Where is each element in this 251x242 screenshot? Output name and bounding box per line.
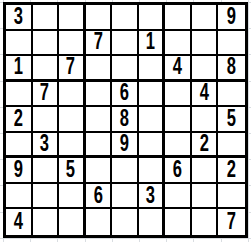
given-digit: 6 [93,184,102,208]
given-digit: 4 [14,210,23,234]
cell-r2c3[interactable] [59,31,86,57]
cell-r5c2[interactable] [33,107,60,133]
cell-r1c7[interactable] [165,5,192,31]
cell-r7c2[interactable] [33,158,60,184]
cell-r6c3[interactable] [59,133,86,159]
cell-r6c2[interactable]: 3 [33,133,60,159]
cell-r4c4[interactable] [86,82,113,108]
cell-r5c1[interactable]: 2 [6,107,33,133]
cell-r4c5[interactable]: 6 [112,82,139,108]
cell-r9c5[interactable] [112,209,139,235]
cell-r2c4[interactable]: 7 [86,31,113,57]
given-digit: 9 [14,158,23,182]
cell-r7c4[interactable] [86,158,113,184]
cell-r1c4[interactable] [86,5,113,31]
cell-r7c3[interactable]: 5 [59,158,86,184]
cell-r6c9[interactable] [218,133,245,159]
cell-r5c8[interactable] [192,107,219,133]
cell-r6c6[interactable] [139,133,166,159]
cell-r8c5[interactable] [112,184,139,210]
given-digit: 8 [120,107,129,131]
given-digit: 2 [227,158,236,182]
cell-r6c5[interactable]: 9 [112,133,139,159]
cell-r9c2[interactable] [33,209,60,235]
cell-r3c7[interactable]: 4 [165,56,192,82]
cell-r5c7[interactable] [165,107,192,133]
cell-r7c7[interactable]: 6 [165,158,192,184]
given-digit: 8 [227,56,236,79]
cell-r8c3[interactable] [59,184,86,210]
cell-r6c8[interactable]: 2 [192,133,219,159]
given-digit: 2 [14,107,23,131]
given-digit: 3 [146,184,155,208]
cell-r2c2[interactable] [33,31,60,57]
cell-r4c7[interactable] [165,82,192,108]
given-digit: 9 [227,5,236,29]
given-digit: 1 [14,56,23,79]
cell-r9c9[interactable]: 7 [218,209,245,235]
cell-r8c8[interactable] [192,184,219,210]
cell-r9c6[interactable] [139,209,166,235]
cell-r2c5[interactable] [112,31,139,57]
given-digit: 9 [120,133,129,156]
cell-r2c1[interactable] [6,31,33,57]
cell-r1c1[interactable]: 3 [6,5,33,31]
cell-r4c6[interactable] [139,82,166,108]
cell-r6c1[interactable] [6,133,33,159]
cell-r5c4[interactable] [86,107,113,133]
cell-r7c5[interactable] [112,158,139,184]
cell-r8c2[interactable] [33,184,60,210]
cell-r4c1[interactable] [6,82,33,108]
cell-r3c5[interactable] [112,56,139,82]
given-digit: 7 [40,82,49,106]
cell-r7c1[interactable]: 9 [6,158,33,184]
given-digit: 7 [93,31,102,55]
cell-r6c4[interactable] [86,133,113,159]
cell-r4c9[interactable] [218,82,245,108]
given-digit: 3 [14,5,23,29]
cell-r6c7[interactable] [165,133,192,159]
cell-r3c4[interactable] [86,56,113,82]
given-digit: 5 [227,107,236,131]
cell-r3c9[interactable]: 8 [218,56,245,82]
cell-r3c2[interactable] [33,56,60,82]
cell-r2c9[interactable] [218,31,245,57]
cell-r8c1[interactable] [6,184,33,210]
cell-r4c8[interactable]: 4 [192,82,219,108]
given-digit: 7 [227,210,236,234]
cell-r9c7[interactable] [165,209,192,235]
cell-r2c7[interactable] [165,31,192,57]
cell-r7c6[interactable] [139,158,166,184]
cell-r1c2[interactable] [33,5,60,31]
cell-r5c3[interactable] [59,107,86,133]
sudoku-board: 3971174876428539295626347 [3,2,248,238]
cell-r8c7[interactable] [165,184,192,210]
given-digit: 1 [146,31,155,55]
cell-r3c6[interactable] [139,56,166,82]
cell-r1c9[interactable]: 9 [218,5,245,31]
cell-r4c3[interactable] [59,82,86,108]
cell-r5c6[interactable] [139,107,166,133]
given-digit: 2 [200,133,209,156]
cell-r2c6[interactable]: 1 [139,31,166,57]
cell-r7c9[interactable]: 2 [218,158,245,184]
cell-r5c5[interactable]: 8 [112,107,139,133]
given-digit: 3 [40,133,49,156]
cell-r8c9[interactable] [218,184,245,210]
cell-r5c9[interactable]: 5 [218,107,245,133]
given-digit: 4 [200,82,209,106]
cell-r9c3[interactable] [59,209,86,235]
cell-r2c8[interactable] [192,31,219,57]
cell-r9c1[interactable]: 4 [6,209,33,235]
cell-r1c5[interactable] [112,5,139,31]
cell-r7c8[interactable] [192,158,219,184]
given-digit: 6 [120,82,129,106]
cell-r9c8[interactable] [192,209,219,235]
cell-r8c4[interactable]: 6 [86,184,113,210]
cell-r1c6[interactable] [139,5,166,31]
given-digit: 7 [66,56,75,79]
given-digit: 6 [173,158,182,182]
given-digit: 4 [173,56,182,79]
cell-r4c2[interactable]: 7 [33,82,60,108]
cell-r3c3[interactable]: 7 [59,56,86,82]
cell-r3c1[interactable]: 1 [6,56,33,82]
cell-r3c8[interactable] [192,56,219,82]
given-digit: 5 [66,158,75,182]
cell-r1c8[interactable] [192,5,219,31]
cell-r8c6[interactable]: 3 [139,184,166,210]
cell-r1c3[interactable] [59,5,86,31]
cell-r9c4[interactable] [86,209,113,235]
